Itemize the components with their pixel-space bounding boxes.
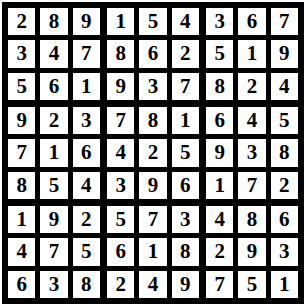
- cell-r1c7[interactable]: 3: [206, 8, 233, 35]
- cell-r7c3[interactable]: 2: [73, 206, 100, 233]
- sudoku-board: 2893475611548629373675198249237168547814…: [2, 2, 304, 304]
- cell-r8c1[interactable]: 4: [8, 238, 35, 265]
- cell-r7c1[interactable]: 1: [8, 206, 35, 233]
- cell-r7c4[interactable]: 5: [107, 206, 134, 233]
- cell-r9c6[interactable]: 9: [172, 271, 199, 298]
- cell-r4c1[interactable]: 9: [8, 107, 35, 134]
- cell-r3c2[interactable]: 6: [40, 73, 67, 100]
- cell-r2c5[interactable]: 6: [139, 40, 166, 67]
- sudoku-box-5: 781425396: [107, 107, 199, 199]
- cell-r4c7[interactable]: 6: [206, 107, 233, 134]
- cell-r3c6[interactable]: 7: [172, 73, 199, 100]
- sudoku-box-6: 645938172: [206, 107, 298, 199]
- cell-r9c2[interactable]: 3: [40, 271, 67, 298]
- cell-r1c8[interactable]: 6: [238, 8, 265, 35]
- sudoku-board-outer: 2893475611548629373675198249237168547814…: [0, 0, 306, 306]
- cell-r6c9[interactable]: 2: [271, 172, 298, 199]
- cell-r5c5[interactable]: 2: [139, 139, 166, 166]
- cell-r3c5[interactable]: 3: [139, 73, 166, 100]
- cell-r5c1[interactable]: 7: [8, 139, 35, 166]
- cell-r7c9[interactable]: 6: [271, 206, 298, 233]
- cell-r8c3[interactable]: 5: [73, 238, 100, 265]
- cell-r1c6[interactable]: 4: [172, 8, 199, 35]
- cell-r7c5[interactable]: 7: [139, 206, 166, 233]
- sudoku-box-1: 289347561: [8, 8, 100, 100]
- cell-r2c9[interactable]: 9: [271, 40, 298, 67]
- cell-r1c2[interactable]: 8: [40, 8, 67, 35]
- cell-r9c5[interactable]: 4: [139, 271, 166, 298]
- cell-r6c8[interactable]: 7: [238, 172, 265, 199]
- cell-r9c7[interactable]: 7: [206, 271, 233, 298]
- cell-r2c4[interactable]: 8: [107, 40, 134, 67]
- cell-r1c1[interactable]: 2: [8, 8, 35, 35]
- cell-r9c8[interactable]: 5: [238, 271, 265, 298]
- cell-r6c5[interactable]: 9: [139, 172, 166, 199]
- sudoku-box-7: 192475638: [8, 206, 100, 298]
- cell-r4c5[interactable]: 8: [139, 107, 166, 134]
- cell-r4c3[interactable]: 3: [73, 107, 100, 134]
- cell-r8c6[interactable]: 8: [172, 238, 199, 265]
- cell-r7c8[interactable]: 8: [238, 206, 265, 233]
- cell-r2c6[interactable]: 2: [172, 40, 199, 67]
- cell-r5c4[interactable]: 4: [107, 139, 134, 166]
- cell-r3c4[interactable]: 9: [107, 73, 134, 100]
- cell-r5c7[interactable]: 9: [206, 139, 233, 166]
- cell-r5c8[interactable]: 3: [238, 139, 265, 166]
- cell-r9c1[interactable]: 6: [8, 271, 35, 298]
- cell-r1c5[interactable]: 5: [139, 8, 166, 35]
- cell-r8c4[interactable]: 6: [107, 238, 134, 265]
- cell-r2c7[interactable]: 5: [206, 40, 233, 67]
- cell-r5c3[interactable]: 6: [73, 139, 100, 166]
- cell-r6c2[interactable]: 5: [40, 172, 67, 199]
- cell-r7c6[interactable]: 3: [172, 206, 199, 233]
- cell-r5c9[interactable]: 8: [271, 139, 298, 166]
- cell-r3c8[interactable]: 2: [238, 73, 265, 100]
- cell-r2c2[interactable]: 4: [40, 40, 67, 67]
- cell-r3c3[interactable]: 1: [73, 73, 100, 100]
- cell-r7c7[interactable]: 4: [206, 206, 233, 233]
- cell-r6c7[interactable]: 1: [206, 172, 233, 199]
- cell-r6c3[interactable]: 4: [73, 172, 100, 199]
- sudoku-box-2: 154862937: [107, 8, 199, 100]
- sudoku-box-4: 923716854: [8, 107, 100, 199]
- cell-r8c9[interactable]: 3: [271, 238, 298, 265]
- cell-r4c4[interactable]: 7: [107, 107, 134, 134]
- cell-r3c1[interactable]: 5: [8, 73, 35, 100]
- cell-r6c6[interactable]: 6: [172, 172, 199, 199]
- cell-r5c6[interactable]: 5: [172, 139, 199, 166]
- cell-r6c1[interactable]: 8: [8, 172, 35, 199]
- cell-r2c8[interactable]: 1: [238, 40, 265, 67]
- sudoku-box-3: 367519824: [206, 8, 298, 100]
- cell-r7c2[interactable]: 9: [40, 206, 67, 233]
- cell-r4c9[interactable]: 5: [271, 107, 298, 134]
- cell-r4c2[interactable]: 2: [40, 107, 67, 134]
- cell-r8c5[interactable]: 1: [139, 238, 166, 265]
- cell-r2c3[interactable]: 7: [73, 40, 100, 67]
- cell-r1c3[interactable]: 9: [73, 8, 100, 35]
- cell-r3c9[interactable]: 4: [271, 73, 298, 100]
- cell-r1c4[interactable]: 1: [107, 8, 134, 35]
- cell-r8c8[interactable]: 9: [238, 238, 265, 265]
- cell-r8c2[interactable]: 7: [40, 238, 67, 265]
- sudoku-box-8: 573618249: [107, 206, 199, 298]
- cell-r4c8[interactable]: 4: [238, 107, 265, 134]
- sudoku-box-9: 486293751: [206, 206, 298, 298]
- cell-r6c4[interactable]: 3: [107, 172, 134, 199]
- cell-r1c9[interactable]: 7: [271, 8, 298, 35]
- cell-r2c1[interactable]: 3: [8, 40, 35, 67]
- cell-r8c7[interactable]: 2: [206, 238, 233, 265]
- cell-r5c2[interactable]: 1: [40, 139, 67, 166]
- cell-r4c6[interactable]: 1: [172, 107, 199, 134]
- cell-r9c9[interactable]: 1: [271, 271, 298, 298]
- cell-r9c4[interactable]: 2: [107, 271, 134, 298]
- cell-r3c7[interactable]: 8: [206, 73, 233, 100]
- cell-r9c3[interactable]: 8: [73, 271, 100, 298]
